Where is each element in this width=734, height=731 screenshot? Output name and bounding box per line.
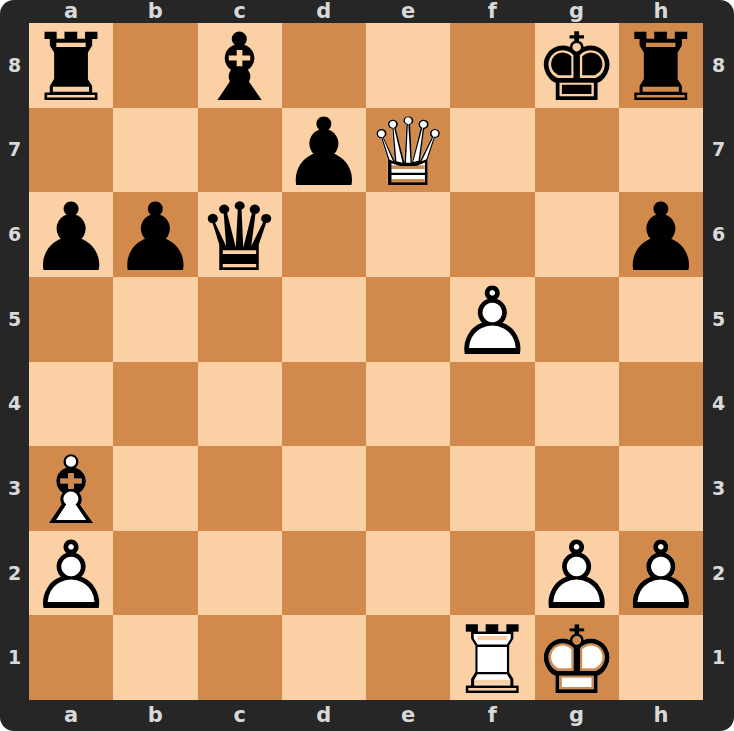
black-piece-body: ♟	[619, 191, 703, 285]
square-a7[interactable]	[29, 108, 113, 193]
white-piece-outline: ♙	[534, 529, 618, 623]
square-g3[interactable]	[535, 446, 619, 531]
piece-white-pawn-h2[interactable]: ♟♙	[619, 534, 703, 619]
piece-white-rook-f1[interactable]: ♜♖	[450, 618, 534, 703]
white-piece-body: ♟	[450, 275, 534, 369]
file-label-bottom-e: e	[366, 700, 450, 731]
square-b2[interactable]	[113, 531, 197, 616]
piece-black-rook-a8[interactable]: ♜	[29, 26, 113, 111]
square-h5[interactable]	[619, 277, 703, 362]
chessboard: abcdefgh8♜♝♚♜87♟♛♕76♟♟♛♟65♟♙5443♝♗32♟♙♟♙…	[0, 0, 734, 731]
file-label-bottom-a: a	[29, 700, 113, 731]
square-e8[interactable]	[366, 23, 450, 108]
file-label-top-b: b	[113, 0, 197, 23]
piece-black-king-g8[interactable]: ♚	[535, 26, 619, 111]
file-label-bottom-f: f	[450, 700, 534, 731]
square-a8[interactable]: ♜	[29, 23, 113, 108]
square-h7[interactable]	[619, 108, 703, 193]
square-e3[interactable]	[366, 446, 450, 531]
black-piece-body: ♟	[282, 106, 366, 200]
square-e2[interactable]	[366, 531, 450, 616]
white-piece-body: ♟	[29, 529, 113, 623]
file-label-top-a: a	[29, 0, 113, 23]
square-c3[interactable]	[198, 446, 282, 531]
square-h2[interactable]: ♟♙	[619, 531, 703, 616]
rank-label-left-7: 7	[0, 108, 29, 193]
square-a2[interactable]: ♟♙	[29, 531, 113, 616]
file-label-bottom-d: d	[282, 700, 366, 731]
square-d7[interactable]: ♟	[282, 108, 366, 193]
file-label-top-c: c	[198, 0, 282, 23]
piece-black-pawn-a6[interactable]: ♟	[29, 195, 113, 280]
black-piece-body: ♚	[534, 21, 618, 115]
square-b6[interactable]: ♟	[113, 192, 197, 277]
square-f8[interactable]	[450, 23, 534, 108]
white-piece-outline: ♙	[619, 529, 703, 623]
rank-label-right-5: 5	[703, 277, 734, 362]
square-f3[interactable]	[450, 446, 534, 531]
square-c4[interactable]	[198, 362, 282, 447]
white-piece-body: ♚	[534, 614, 618, 708]
square-h3[interactable]	[619, 446, 703, 531]
square-b1[interactable]	[113, 615, 197, 700]
rank-label-left-6: 6	[0, 192, 29, 277]
square-f4[interactable]	[450, 362, 534, 447]
piece-white-pawn-a2[interactable]: ♟♙	[29, 534, 113, 619]
black-piece-body: ♟	[113, 191, 197, 285]
piece-white-bishop-a3[interactable]: ♝♗	[29, 449, 113, 534]
square-c7[interactable]	[198, 108, 282, 193]
rank-label-left-2: 2	[0, 531, 29, 616]
square-e1[interactable]	[366, 615, 450, 700]
file-label-top-e: e	[366, 0, 450, 23]
piece-white-pawn-f5[interactable]: ♟♙	[450, 280, 534, 365]
rank-label-left-4: 4	[0, 362, 29, 447]
square-a6[interactable]: ♟	[29, 192, 113, 277]
rank-label-right-2: 2	[703, 531, 734, 616]
file-label-bottom-b: b	[113, 700, 197, 731]
square-a4[interactable]	[29, 362, 113, 447]
file-label-top-f: f	[450, 0, 534, 23]
square-d3[interactable]	[282, 446, 366, 531]
frame-corner	[0, 0, 29, 23]
square-b5[interactable]	[113, 277, 197, 362]
piece-black-pawn-h6[interactable]: ♟	[619, 195, 703, 280]
rank-label-right-7: 7	[703, 108, 734, 193]
file-label-top-d: d	[282, 0, 366, 23]
square-f7[interactable]	[450, 108, 534, 193]
square-g5[interactable]	[535, 277, 619, 362]
square-g2[interactable]: ♟♙	[535, 531, 619, 616]
square-e4[interactable]	[366, 362, 450, 447]
white-piece-body: ♟	[619, 529, 703, 623]
rank-label-left-1: 1	[0, 615, 29, 700]
rank-label-left-8: 8	[0, 23, 29, 108]
rank-label-right-3: 3	[703, 446, 734, 531]
piece-white-king-g1[interactable]: ♚♔	[535, 618, 619, 703]
square-d5[interactable]	[282, 277, 366, 362]
square-c8[interactable]: ♝	[198, 23, 282, 108]
file-label-bottom-c: c	[198, 700, 282, 731]
white-piece-outline: ♙	[29, 529, 113, 623]
white-piece-outline: ♔	[534, 614, 618, 708]
square-a5[interactable]	[29, 277, 113, 362]
piece-white-queen-e7[interactable]: ♛♕	[366, 111, 450, 196]
square-h4[interactable]	[619, 362, 703, 447]
rank-label-right-4: 4	[703, 362, 734, 447]
square-f1[interactable]: ♜♖	[450, 615, 534, 700]
chessboard-frame: abcdefgh8♜♝♚♜87♟♛♕76♟♟♛♟65♟♙5443♝♗32♟♙♟♙…	[0, 0, 734, 731]
rank-label-right-1: 1	[703, 615, 734, 700]
black-piece-body: ♛	[197, 191, 281, 285]
file-label-bottom-h: h	[619, 700, 703, 731]
piece-black-pawn-b6[interactable]: ♟	[113, 195, 197, 280]
square-c6[interactable]: ♛	[198, 192, 282, 277]
white-piece-body: ♟	[534, 529, 618, 623]
square-c5[interactable]	[198, 277, 282, 362]
square-g8[interactable]: ♚	[535, 23, 619, 108]
frame-corner	[0, 700, 29, 731]
rank-label-right-8: 8	[703, 23, 734, 108]
square-g1[interactable]: ♚♔	[535, 615, 619, 700]
square-d2[interactable]	[282, 531, 366, 616]
square-d8[interactable]	[282, 23, 366, 108]
square-h6[interactable]: ♟	[619, 192, 703, 277]
square-b7[interactable]	[113, 108, 197, 193]
piece-black-queen-c6[interactable]: ♛	[198, 195, 282, 280]
white-piece-body: ♝	[29, 444, 113, 538]
square-f6[interactable]	[450, 192, 534, 277]
frame-corner	[703, 700, 734, 731]
square-h1[interactable]	[619, 615, 703, 700]
frame-corner	[703, 0, 734, 23]
white-piece-outline: ♕	[366, 106, 450, 200]
square-h8[interactable]: ♜	[619, 23, 703, 108]
rank-label-left-3: 3	[0, 446, 29, 531]
square-b4[interactable]	[113, 362, 197, 447]
white-piece-body: ♛	[366, 106, 450, 200]
piece-black-bishop-c8[interactable]: ♝	[198, 26, 282, 111]
file-label-top-g: g	[535, 0, 619, 23]
square-e7[interactable]: ♛♕	[366, 108, 450, 193]
piece-black-rook-h8[interactable]: ♜	[619, 26, 703, 111]
square-a1[interactable]	[29, 615, 113, 700]
square-e6[interactable]	[366, 192, 450, 277]
rank-label-left-5: 5	[0, 277, 29, 362]
white-piece-body: ♜	[450, 614, 534, 708]
square-b3[interactable]	[113, 446, 197, 531]
piece-black-pawn-d7[interactable]: ♟	[282, 111, 366, 196]
piece-white-pawn-g2[interactable]: ♟♙	[535, 534, 619, 619]
black-piece-body: ♟	[29, 191, 113, 285]
black-piece-body: ♜	[619, 21, 703, 115]
square-g6[interactable]	[535, 192, 619, 277]
square-d6[interactable]	[282, 192, 366, 277]
file-label-bottom-g: g	[535, 700, 619, 731]
black-piece-body: ♜	[29, 21, 113, 115]
black-piece-body: ♝	[197, 21, 281, 115]
file-label-top-h: h	[619, 0, 703, 23]
white-piece-outline: ♙	[450, 275, 534, 369]
square-g7[interactable]	[535, 108, 619, 193]
square-a3[interactable]: ♝♗	[29, 446, 113, 531]
rank-label-right-6: 6	[703, 192, 734, 277]
white-piece-outline: ♖	[450, 614, 534, 708]
square-f2[interactable]	[450, 531, 534, 616]
square-b8[interactable]	[113, 23, 197, 108]
square-e5[interactable]	[366, 277, 450, 362]
square-d1[interactable]	[282, 615, 366, 700]
white-piece-outline: ♗	[29, 444, 113, 538]
square-d4[interactable]	[282, 362, 366, 447]
square-c1[interactable]	[198, 615, 282, 700]
square-c2[interactable]	[198, 531, 282, 616]
square-f5[interactable]: ♟♙	[450, 277, 534, 362]
square-g4[interactable]	[535, 362, 619, 447]
